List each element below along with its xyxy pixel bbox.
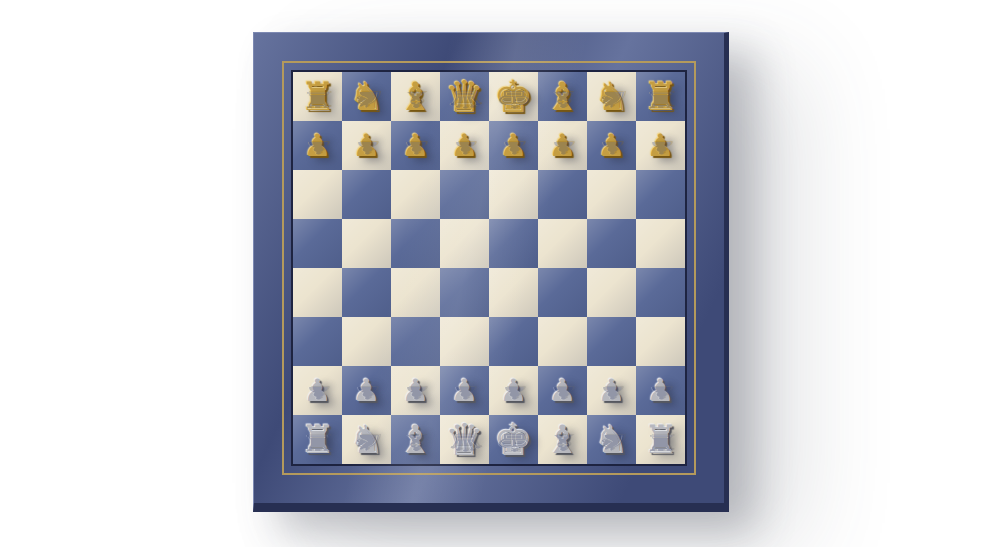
gold-pawn[interactable]: ♟ [549,130,577,161]
square-e5[interactable] [489,219,538,268]
square-g7[interactable]: ♟ [587,121,636,170]
square-c5[interactable] [391,219,440,268]
square-b1[interactable]: ♞ [342,415,391,464]
square-g3[interactable] [587,317,636,366]
gold-pawn[interactable]: ♟ [451,130,479,161]
square-e8[interactable]: ♚ [489,72,538,121]
square-f4[interactable] [538,268,587,317]
gold-pawn[interactable]: ♟ [647,130,675,161]
silver-pawn[interactable]: ♟ [451,375,479,406]
square-a7[interactable]: ♟ [293,121,342,170]
square-g2[interactable]: ♟ [587,366,636,415]
silver-pawn[interactable]: ♟ [598,375,626,406]
square-h7[interactable]: ♟ [636,121,685,170]
silver-pawn[interactable]: ♟ [500,375,528,406]
silver-pawn[interactable]: ♟ [353,375,381,406]
square-e3[interactable] [489,317,538,366]
silver-pawn[interactable]: ♟ [402,375,430,406]
square-f7[interactable]: ♟ [538,121,587,170]
square-b4[interactable] [342,268,391,317]
square-d7[interactable]: ♟ [440,121,489,170]
silver-king[interactable]: ♚ [494,418,533,462]
frame-pinstripe: ♜♞♝♛♚♝♞♜♟♟♟♟♟♟♟♟♟♟♟♟♟♟♟♟♜♞♝♛♚♝♞♜ [282,61,696,475]
square-f6[interactable] [538,170,587,219]
gold-queen[interactable]: ♛ [445,75,484,119]
square-c7[interactable]: ♟ [391,121,440,170]
gold-bishop[interactable]: ♝ [398,77,433,116]
square-d5[interactable] [440,219,489,268]
silver-pawn[interactable]: ♟ [647,375,675,406]
square-c2[interactable]: ♟ [391,366,440,415]
square-g5[interactable] [587,219,636,268]
gold-king[interactable]: ♚ [494,75,533,119]
square-g6[interactable] [587,170,636,219]
square-e2[interactable]: ♟ [489,366,538,415]
gold-pawn[interactable]: ♟ [598,130,626,161]
square-g4[interactable] [587,268,636,317]
square-b2[interactable]: ♟ [342,366,391,415]
square-h8[interactable]: ♜ [636,72,685,121]
square-c1[interactable]: ♝ [391,415,440,464]
square-b3[interactable] [342,317,391,366]
square-g8[interactable]: ♞ [587,72,636,121]
gold-pawn[interactable]: ♟ [402,130,430,161]
square-a5[interactable] [293,219,342,268]
product-photo-scene: ♜♞♝♛♚♝♞♜♟♟♟♟♟♟♟♟♟♟♟♟♟♟♟♟♜♞♝♛♚♝♞♜ [0,0,1000,547]
gold-rook[interactable]: ♜ [643,77,678,116]
square-d4[interactable] [440,268,489,317]
square-e1[interactable]: ♚ [489,415,538,464]
square-e4[interactable] [489,268,538,317]
square-e7[interactable]: ♟ [489,121,538,170]
square-c6[interactable] [391,170,440,219]
square-a3[interactable] [293,317,342,366]
square-e6[interactable] [489,170,538,219]
gold-knight[interactable]: ♞ [349,77,384,116]
square-c8[interactable]: ♝ [391,72,440,121]
square-b5[interactable] [342,219,391,268]
square-c3[interactable] [391,317,440,366]
square-b6[interactable] [342,170,391,219]
square-a6[interactable] [293,170,342,219]
square-d2[interactable]: ♟ [440,366,489,415]
square-a8[interactable]: ♜ [293,72,342,121]
gold-bishop[interactable]: ♝ [545,77,580,116]
square-d6[interactable] [440,170,489,219]
silver-bishop[interactable]: ♝ [545,420,580,459]
square-g1[interactable]: ♞ [587,415,636,464]
gold-rook[interactable]: ♜ [300,77,335,116]
square-b8[interactable]: ♞ [342,72,391,121]
silver-pawn[interactable]: ♟ [304,375,332,406]
gold-knight[interactable]: ♞ [594,77,629,116]
board-grid: ♜♞♝♛♚♝♞♜♟♟♟♟♟♟♟♟♟♟♟♟♟♟♟♟♜♞♝♛♚♝♞♜ [291,70,687,466]
silver-queen[interactable]: ♛ [445,418,484,462]
silver-pawn[interactable]: ♟ [549,375,577,406]
square-h3[interactable] [636,317,685,366]
square-h2[interactable]: ♟ [636,366,685,415]
square-a2[interactable]: ♟ [293,366,342,415]
gold-pawn[interactable]: ♟ [353,130,381,161]
square-h6[interactable] [636,170,685,219]
square-a4[interactable] [293,268,342,317]
square-h4[interactable] [636,268,685,317]
square-f3[interactable] [538,317,587,366]
silver-bishop[interactable]: ♝ [398,420,433,459]
silver-rook[interactable]: ♜ [300,420,335,459]
square-h1[interactable]: ♜ [636,415,685,464]
square-c4[interactable] [391,268,440,317]
gold-pawn[interactable]: ♟ [304,130,332,161]
gold-pawn[interactable]: ♟ [500,130,528,161]
square-a1[interactable]: ♜ [293,415,342,464]
square-d1[interactable]: ♛ [440,415,489,464]
square-f8[interactable]: ♝ [538,72,587,121]
square-b7[interactable]: ♟ [342,121,391,170]
square-f5[interactable] [538,219,587,268]
square-f2[interactable]: ♟ [538,366,587,415]
square-d3[interactable] [440,317,489,366]
chessboard-frame: ♜♞♝♛♚♝♞♜♟♟♟♟♟♟♟♟♟♟♟♟♟♟♟♟♜♞♝♛♚♝♞♜ [253,32,729,512]
square-f1[interactable]: ♝ [538,415,587,464]
square-d8[interactable]: ♛ [440,72,489,121]
square-h5[interactable] [636,219,685,268]
silver-knight[interactable]: ♞ [594,420,629,459]
silver-rook[interactable]: ♜ [643,420,678,459]
silver-knight[interactable]: ♞ [349,420,384,459]
